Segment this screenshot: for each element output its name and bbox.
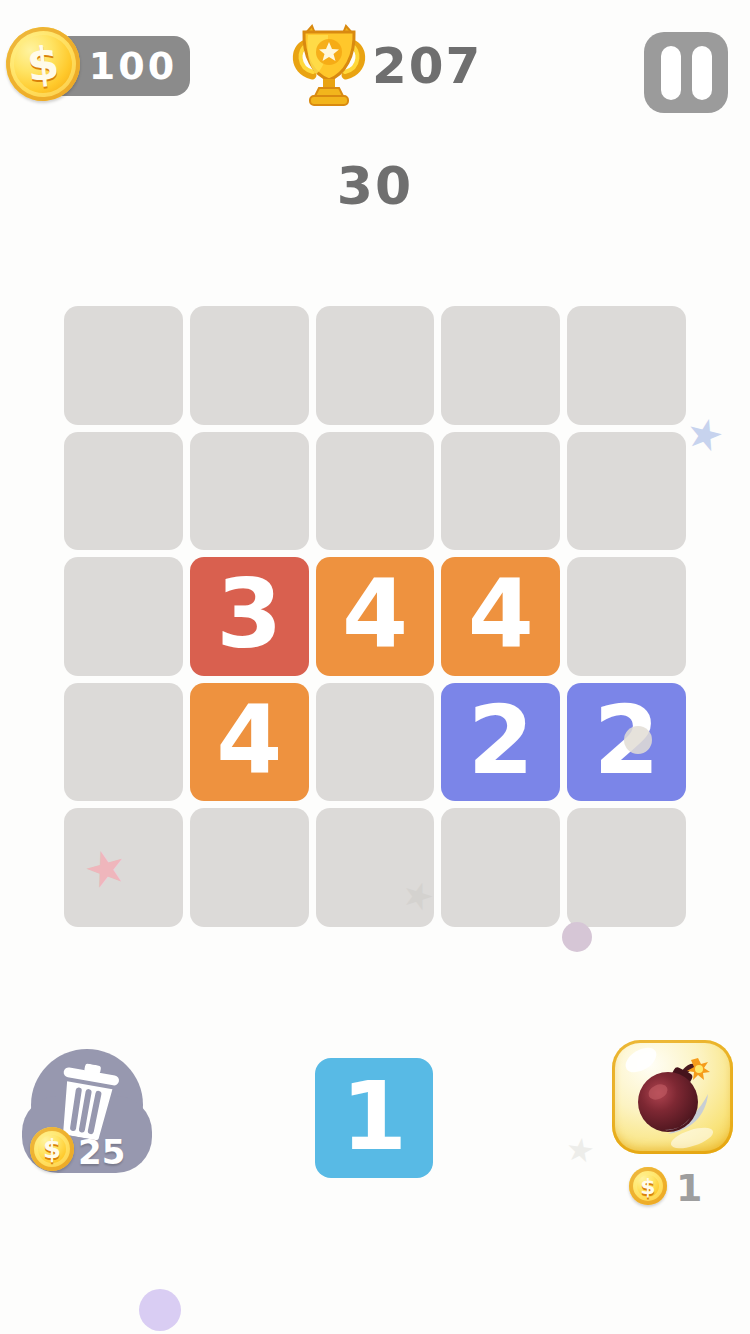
- bomb-powerup-button[interactable]: [612, 1040, 733, 1154]
- sparkle-star-icon: ★: [681, 410, 728, 460]
- best-score-value: 207: [372, 37, 482, 95]
- grid-cell-r2c3[interactable]: [316, 432, 435, 551]
- bomb-icon: [628, 1052, 716, 1140]
- grid-cell-r1c5[interactable]: [567, 306, 686, 425]
- grid-cell-r2c1[interactable]: [64, 432, 183, 551]
- tile-2-r4c4[interactable]: 2: [441, 683, 560, 802]
- sparkle-star-icon: ★: [564, 1132, 597, 1168]
- next-tile-value: 1: [341, 1069, 407, 1164]
- tile-4-r3c3[interactable]: 4: [316, 557, 435, 676]
- pause-button[interactable]: [644, 32, 728, 113]
- grid-cell-r5c4[interactable]: [441, 808, 560, 927]
- grid-cell-r3c5[interactable]: [567, 557, 686, 676]
- grid-cell-r1c4[interactable]: [441, 306, 560, 425]
- coin-count-value: 100: [89, 44, 177, 88]
- grid-cell-r2c5[interactable]: [567, 432, 686, 551]
- grid-cell-r1c1[interactable]: [64, 306, 183, 425]
- tile-3-r3c2[interactable]: 3: [190, 557, 309, 676]
- grid-cell-r5c2[interactable]: [190, 808, 309, 927]
- tile-4-r3c4[interactable]: 4: [441, 557, 560, 676]
- tile-2-r4c5[interactable]: 2: [567, 683, 686, 802]
- grid-cell-r4c1[interactable]: [64, 683, 183, 802]
- bomb-cost: 1: [676, 1166, 702, 1210]
- grid-cell-r2c4[interactable]: [441, 432, 560, 551]
- next-tile[interactable]: 1: [315, 1058, 433, 1178]
- moves-left-counter: 30: [0, 156, 750, 216]
- grid-cell-r5c1[interactable]: [64, 808, 183, 927]
- trash-powerup-button[interactable]: $ 25: [22, 1048, 152, 1173]
- trophy-icon: [292, 22, 366, 108]
- pause-icon: [661, 46, 681, 100]
- grid-cell-r2c2[interactable]: [190, 432, 309, 551]
- dollar-symbol: $: [640, 1174, 655, 1199]
- tile-4-r4c2[interactable]: 4: [190, 683, 309, 802]
- dollar-coin-icon: $: [629, 1167, 667, 1205]
- grid-cell-r1c2[interactable]: [190, 306, 309, 425]
- grid-cell-r5c5[interactable]: [567, 808, 686, 927]
- grid-cell-r5c3[interactable]: [316, 808, 435, 927]
- grid-cell-r3c1[interactable]: [64, 557, 183, 676]
- moves-left-value: 30: [337, 156, 413, 216]
- dollar-symbol: $: [43, 1134, 61, 1164]
- particle-dot-icon: [139, 1289, 181, 1331]
- grid-cell-r1c3[interactable]: [316, 306, 435, 425]
- dollar-symbol: $: [24, 35, 61, 92]
- dollar-coin-icon: $: [30, 1127, 74, 1171]
- board: 344422: [64, 306, 686, 927]
- pause-icon: [692, 46, 712, 100]
- best-score: 207: [372, 36, 482, 96]
- trash-cost: 25: [78, 1132, 125, 1172]
- grid-cell-r4c3[interactable]: [316, 683, 435, 802]
